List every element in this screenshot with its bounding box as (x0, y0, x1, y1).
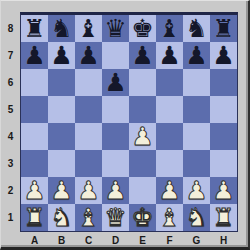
file-label-a: A (21, 234, 48, 246)
square-b7[interactable]: ♟ (48, 42, 75, 69)
black-king[interactable]: ♚ (131, 15, 153, 42)
square-c2[interactable]: ♟ (75, 177, 102, 204)
black-pawn[interactable]: ♟ (158, 42, 180, 69)
white-bishop[interactable]: ♝ (158, 204, 180, 231)
square-h3[interactable] (210, 150, 237, 177)
square-b1[interactable]: ♞ (48, 204, 75, 231)
square-g4[interactable] (183, 123, 210, 150)
square-h2[interactable]: ♟ (210, 177, 237, 204)
white-bishop[interactable]: ♝ (77, 204, 99, 231)
white-knight[interactable]: ♞ (50, 204, 72, 231)
rank-label-6: 6 (1, 69, 20, 96)
square-e4[interactable]: ♟ (129, 123, 156, 150)
square-f1[interactable]: ♝ (156, 204, 183, 231)
square-e3[interactable] (129, 150, 156, 177)
white-pawn[interactable]: ♟ (23, 177, 45, 204)
square-f8[interactable]: ♝ (156, 15, 183, 42)
square-b2[interactable]: ♟ (48, 177, 75, 204)
white-knight[interactable]: ♞ (185, 204, 207, 231)
square-d7[interactable] (102, 42, 129, 69)
square-d3[interactable] (102, 150, 129, 177)
square-e7[interactable]: ♟ (129, 42, 156, 69)
square-d8[interactable]: ♛ (102, 15, 129, 42)
square-a3[interactable] (21, 150, 48, 177)
square-b4[interactable] (48, 123, 75, 150)
square-c3[interactable] (75, 150, 102, 177)
square-b6[interactable] (48, 69, 75, 96)
file-label-g: G (183, 234, 210, 246)
white-king[interactable]: ♚ (131, 204, 153, 231)
white-rook[interactable]: ♜ (23, 204, 45, 231)
rank-label-8: 8 (1, 15, 20, 42)
white-pawn[interactable]: ♟ (77, 177, 99, 204)
black-knight[interactable]: ♞ (185, 15, 207, 42)
square-f3[interactable] (156, 150, 183, 177)
rank-label-5: 5 (1, 96, 20, 123)
square-h1[interactable]: ♜ (210, 204, 237, 231)
square-g3[interactable] (183, 150, 210, 177)
square-d1[interactable]: ♛ (102, 204, 129, 231)
black-pawn[interactable]: ♟ (50, 42, 72, 69)
black-knight[interactable]: ♞ (50, 15, 72, 42)
white-pawn[interactable]: ♟ (50, 177, 72, 204)
square-a1[interactable]: ♜ (21, 204, 48, 231)
square-d6[interactable]: ♟ (102, 69, 129, 96)
square-h7[interactable]: ♟ (210, 42, 237, 69)
square-a4[interactable] (21, 123, 48, 150)
square-f2[interactable]: ♟ (156, 177, 183, 204)
square-c5[interactable] (75, 96, 102, 123)
square-g6[interactable] (183, 69, 210, 96)
square-a6[interactable] (21, 69, 48, 96)
file-label-f: F (156, 234, 183, 246)
black-pawn[interactable]: ♟ (77, 42, 99, 69)
chess-board[interactable]: ♜♞♝♛♚♝♞♜♟♟♟♟♟♟♟♟♟♟♟♟♟♟♟♟♜♞♝♛♚♝♞♜ (20, 12, 238, 232)
rank-label-3: 3 (1, 150, 20, 177)
file-label-d: D (102, 234, 129, 246)
rank-label-2: 2 (1, 177, 20, 204)
square-d5[interactable] (102, 96, 129, 123)
square-h6[interactable] (210, 69, 237, 96)
square-d4[interactable] (102, 123, 129, 150)
square-h5[interactable] (210, 96, 237, 123)
file-label-b: B (48, 234, 75, 246)
square-a8[interactable]: ♜ (21, 15, 48, 42)
chess-board-panel: 87654321 ♜♞♝♛♚♝♞♜♟♟♟♟♟♟♟♟♟♟♟♟♟♟♟♟♜♞♝♛♚♝♞… (0, 0, 250, 250)
square-b5[interactable] (48, 96, 75, 123)
file-label-h: H (210, 234, 237, 246)
rank-label-7: 7 (1, 42, 20, 69)
square-g2[interactable]: ♟ (183, 177, 210, 204)
black-pawn[interactable]: ♟ (185, 42, 207, 69)
square-f4[interactable] (156, 123, 183, 150)
square-e5[interactable] (129, 96, 156, 123)
square-g7[interactable]: ♟ (183, 42, 210, 69)
square-h8[interactable]: ♜ (210, 15, 237, 42)
square-a7[interactable]: ♟ (21, 42, 48, 69)
white-pawn[interactable]: ♟ (212, 177, 234, 204)
file-label-e: E (129, 234, 156, 246)
white-pawn[interactable]: ♟ (131, 123, 153, 150)
square-f7[interactable]: ♟ (156, 42, 183, 69)
black-bishop[interactable]: ♝ (158, 15, 180, 42)
black-pawn[interactable]: ♟ (212, 42, 234, 69)
file-label-c: C (75, 234, 102, 246)
rank-labels: 87654321 (1, 15, 20, 231)
square-f6[interactable] (156, 69, 183, 96)
file-labels: ABCDEFGH (21, 234, 237, 246)
square-c6[interactable] (75, 69, 102, 96)
square-g8[interactable]: ♞ (183, 15, 210, 42)
square-g1[interactable]: ♞ (183, 204, 210, 231)
white-queen[interactable]: ♛ (104, 204, 126, 231)
white-rook[interactable]: ♜ (212, 204, 234, 231)
square-b8[interactable]: ♞ (48, 15, 75, 42)
square-a2[interactable]: ♟ (21, 177, 48, 204)
black-pawn[interactable]: ♟ (104, 69, 126, 96)
square-c4[interactable] (75, 123, 102, 150)
square-e1[interactable]: ♚ (129, 204, 156, 231)
square-c7[interactable]: ♟ (75, 42, 102, 69)
square-h4[interactable] (210, 123, 237, 150)
rank-label-4: 4 (1, 123, 20, 150)
square-c8[interactable]: ♝ (75, 15, 102, 42)
square-e2[interactable] (129, 177, 156, 204)
black-rook[interactable]: ♜ (23, 15, 45, 42)
black-rook[interactable]: ♜ (212, 15, 234, 42)
square-c1[interactable]: ♝ (75, 204, 102, 231)
square-a5[interactable] (21, 96, 48, 123)
white-pawn[interactable]: ♟ (185, 177, 207, 204)
black-pawn[interactable]: ♟ (131, 42, 153, 69)
white-pawn[interactable]: ♟ (158, 177, 180, 204)
square-g5[interactable] (183, 96, 210, 123)
square-f5[interactable] (156, 96, 183, 123)
square-e6[interactable] (129, 69, 156, 96)
black-queen[interactable]: ♛ (104, 15, 126, 42)
black-pawn[interactable]: ♟ (23, 42, 45, 69)
black-bishop[interactable]: ♝ (77, 15, 99, 42)
white-pawn[interactable]: ♟ (104, 177, 126, 204)
square-d2[interactable]: ♟ (102, 177, 129, 204)
rank-label-1: 1 (1, 204, 20, 231)
square-b3[interactable] (48, 150, 75, 177)
square-e8[interactable]: ♚ (129, 15, 156, 42)
